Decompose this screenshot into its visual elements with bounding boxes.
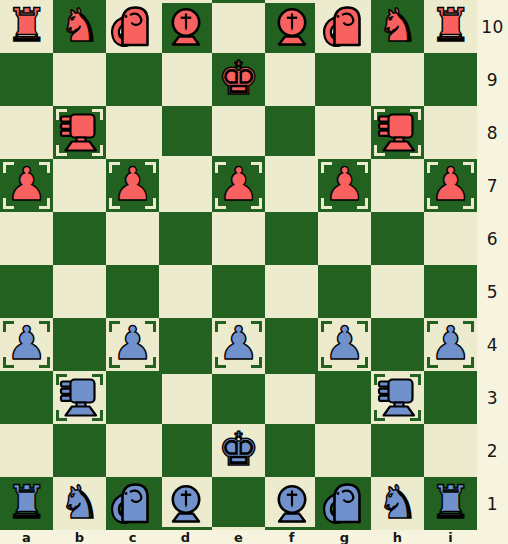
square-d4[interactable] (159, 318, 212, 371)
square-d7[interactable] (159, 159, 212, 212)
square-i10[interactable]: ♜ (424, 0, 477, 53)
square-f10[interactable] (265, 0, 318, 53)
square-b2[interactable] (53, 424, 106, 477)
file-label-a: a (0, 530, 53, 544)
piece-blue-cannon[interactable] (53, 371, 106, 424)
square-c4[interactable]: ♟ (106, 318, 159, 371)
square-h3[interactable] (371, 371, 424, 424)
palace-border (212, 477, 265, 530)
piece-blue-pawn[interactable]: ♟ (212, 318, 265, 371)
square-a4[interactable]: ♟ (0, 318, 53, 371)
rank-label-10: 10 (477, 0, 508, 53)
square-h4[interactable] (371, 318, 424, 371)
file-label-b: b (53, 530, 106, 544)
rank-label-9: 9 (477, 53, 508, 106)
rank-label-2: 2 (477, 424, 508, 477)
palace-border (212, 106, 265, 159)
square-i9[interactable] (424, 53, 477, 106)
square-d3[interactable] (159, 371, 212, 424)
square-h9[interactable] (371, 53, 424, 106)
rank-label-6: 6 (477, 212, 508, 265)
square-f5[interactable] (265, 265, 318, 318)
square-e10[interactable] (212, 0, 265, 53)
rank-label-3: 3 (477, 371, 508, 424)
piece-blue-rook[interactable]: ♜ (424, 477, 477, 530)
square-b3[interactable] (53, 371, 106, 424)
square-c1[interactable] (106, 477, 159, 530)
palace-border (159, 424, 212, 477)
piece-red-king[interactable]: ♚ (212, 53, 265, 106)
square-b1[interactable]: ♞ (53, 477, 106, 530)
piece-blue-advisor[interactable] (159, 477, 212, 530)
palace-border (265, 106, 318, 159)
square-i8[interactable] (424, 106, 477, 159)
square-b10[interactable]: ♞ (53, 0, 106, 53)
piece-blue-elephant[interactable] (106, 477, 159, 530)
piece-blue-advisor[interactable] (265, 477, 318, 530)
square-f2[interactable] (265, 424, 318, 477)
janggi-app-window: ♜♞♞♜♚♟♟♟♟♟♟♟♟♟♟♚♜♞♞♜ 10987654321 abcdefg… (0, 0, 508, 544)
piece-red-pawn[interactable]: ♟ (212, 159, 265, 212)
square-d5[interactable] (159, 265, 212, 318)
square-g3[interactable] (318, 371, 371, 424)
piece-red-cannon[interactable] (53, 106, 106, 159)
palace-border (159, 106, 212, 159)
piece-red-rook[interactable]: ♜ (424, 0, 477, 53)
file-label-e: e (212, 530, 265, 544)
square-d6[interactable] (159, 212, 212, 265)
rank-label-8: 8 (477, 106, 508, 159)
square-e1[interactable] (212, 477, 265, 530)
square-d8[interactable] (159, 106, 212, 159)
square-f7[interactable] (265, 159, 318, 212)
square-c5[interactable] (106, 265, 159, 318)
square-c2[interactable] (106, 424, 159, 477)
piece-blue-elephant[interactable] (318, 477, 371, 530)
piece-red-pawn[interactable]: ♟ (106, 159, 159, 212)
rank-label-5: 5 (477, 265, 508, 318)
palace-border (265, 424, 318, 477)
file-label-c: c (106, 530, 159, 544)
square-f8[interactable] (265, 106, 318, 159)
square-a10[interactable]: ♜ (0, 0, 53, 53)
piece-red-pawn[interactable]: ♟ (318, 159, 371, 212)
square-e7[interactable]: ♟ (212, 159, 265, 212)
square-b7[interactable] (53, 159, 106, 212)
piece-blue-rook[interactable]: ♜ (0, 477, 53, 530)
square-h8[interactable] (371, 106, 424, 159)
square-e6[interactable] (212, 212, 265, 265)
square-b6[interactable] (53, 212, 106, 265)
square-h1[interactable]: ♞ (371, 477, 424, 530)
piece-blue-cannon[interactable] (371, 371, 424, 424)
square-g5[interactable] (318, 265, 371, 318)
square-i2[interactable] (424, 424, 477, 477)
square-a6[interactable] (0, 212, 53, 265)
square-g10[interactable] (318, 0, 371, 53)
square-h7[interactable] (371, 159, 424, 212)
square-d10[interactable] (159, 0, 212, 53)
square-a9[interactable] (0, 53, 53, 106)
square-a2[interactable] (0, 424, 53, 477)
square-f6[interactable] (265, 212, 318, 265)
palace-border (159, 371, 212, 424)
square-b8[interactable] (53, 106, 106, 159)
rank-label-7: 7 (477, 159, 508, 212)
palace-border (212, 0, 265, 53)
rank-label-4: 4 (477, 318, 508, 371)
square-e9[interactable]: ♚ (212, 53, 265, 106)
palace-border (265, 53, 318, 106)
square-h6[interactable] (371, 212, 424, 265)
square-i3[interactable] (424, 371, 477, 424)
square-h5[interactable] (371, 265, 424, 318)
square-h10[interactable]: ♞ (371, 0, 424, 53)
palace-border (212, 371, 265, 424)
file-label-g: g (318, 530, 371, 544)
piece-blue-king[interactable]: ♚ (212, 424, 265, 477)
square-g1[interactable] (318, 477, 371, 530)
square-a7[interactable]: ♟ (0, 159, 53, 212)
square-g9[interactable] (318, 53, 371, 106)
square-g7[interactable]: ♟ (318, 159, 371, 212)
piece-blue-pawn[interactable]: ♟ (106, 318, 159, 371)
rank-label-1: 1 (477, 477, 508, 530)
file-label-d: d (159, 530, 212, 544)
square-b5[interactable] (53, 265, 106, 318)
square-d1[interactable] (159, 477, 212, 530)
square-i6[interactable] (424, 212, 477, 265)
square-c8[interactable] (106, 106, 159, 159)
file-label-i: i (424, 530, 477, 544)
square-f3[interactable] (265, 371, 318, 424)
square-i7[interactable]: ♟ (424, 159, 477, 212)
piece-red-advisor[interactable] (265, 0, 318, 53)
square-i1[interactable]: ♜ (424, 477, 477, 530)
square-a8[interactable] (0, 106, 53, 159)
square-e4[interactable]: ♟ (212, 318, 265, 371)
square-c10[interactable] (106, 0, 159, 53)
square-i4[interactable]: ♟ (424, 318, 477, 371)
square-g6[interactable] (318, 212, 371, 265)
square-h2[interactable] (371, 424, 424, 477)
piece-blue-knight[interactable]: ♞ (371, 477, 424, 530)
square-e2[interactable]: ♚ (212, 424, 265, 477)
rank-coordinates: 10987654321 (477, 0, 508, 530)
square-e3[interactable] (212, 371, 265, 424)
file-label-h: h (371, 530, 424, 544)
file-coordinates: abcdefghi (0, 530, 477, 544)
square-c7[interactable]: ♟ (106, 159, 159, 212)
piece-red-pawn[interactable]: ♟ (424, 159, 477, 212)
square-b4[interactable] (53, 318, 106, 371)
piece-red-elephant[interactable] (106, 0, 159, 53)
piece-blue-pawn[interactable]: ♟ (318, 318, 371, 371)
game-board: ♜♞♞♜♚♟♟♟♟♟♟♟♟♟♟♚♜♞♞♜ (0, 0, 477, 530)
square-g2[interactable] (318, 424, 371, 477)
square-e8[interactable] (212, 106, 265, 159)
piece-red-knight[interactable]: ♞ (371, 0, 424, 53)
palace-border (265, 371, 318, 424)
square-g8[interactable] (318, 106, 371, 159)
square-g4[interactable]: ♟ (318, 318, 371, 371)
piece-red-cannon[interactable] (371, 106, 424, 159)
piece-blue-pawn[interactable]: ♟ (424, 318, 477, 371)
piece-red-elephant[interactable] (318, 0, 371, 53)
square-f9[interactable] (265, 53, 318, 106)
square-a5[interactable] (0, 265, 53, 318)
square-e5[interactable] (212, 265, 265, 318)
piece-red-advisor[interactable] (159, 0, 212, 53)
piece-red-rook[interactable]: ♜ (0, 0, 53, 53)
piece-blue-knight[interactable]: ♞ (53, 477, 106, 530)
square-d2[interactable] (159, 424, 212, 477)
file-label-f: f (265, 530, 318, 544)
piece-red-knight[interactable]: ♞ (53, 0, 106, 53)
square-f1[interactable] (265, 477, 318, 530)
piece-blue-pawn[interactable]: ♟ (0, 318, 53, 371)
square-i5[interactable] (424, 265, 477, 318)
square-a3[interactable] (0, 371, 53, 424)
square-b9[interactable] (53, 53, 106, 106)
square-c6[interactable] (106, 212, 159, 265)
piece-red-pawn[interactable]: ♟ (0, 159, 53, 212)
square-c9[interactable] (106, 53, 159, 106)
square-c3[interactable] (106, 371, 159, 424)
square-d9[interactable] (159, 53, 212, 106)
square-f4[interactable] (265, 318, 318, 371)
palace-border (159, 53, 212, 106)
square-a1[interactable]: ♜ (0, 477, 53, 530)
